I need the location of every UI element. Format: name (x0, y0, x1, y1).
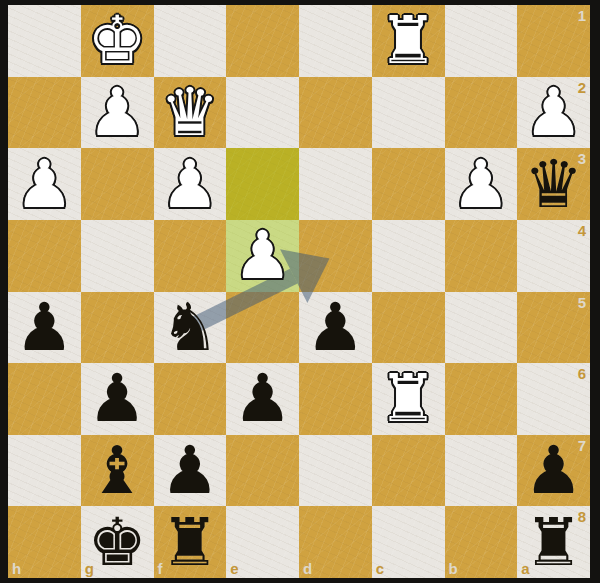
square-d8[interactable]: d (299, 506, 372, 578)
square-d1[interactable] (299, 5, 372, 77)
black-king-g8[interactable]: ♚ (88, 507, 147, 578)
square-f5[interactable]: ♞ (154, 292, 227, 364)
square-d6[interactable] (299, 363, 372, 435)
square-b1[interactable] (445, 5, 518, 77)
square-e8[interactable]: e (226, 506, 299, 578)
square-h7[interactable] (8, 435, 81, 507)
square-f7[interactable]: ♟ (154, 435, 227, 507)
rank-label-1: 1 (578, 8, 586, 23)
square-h1[interactable] (8, 5, 81, 77)
square-d7[interactable] (299, 435, 372, 507)
square-c7[interactable] (372, 435, 445, 507)
square-c6[interactable]: ♜ (372, 363, 445, 435)
square-a6[interactable]: 6 (517, 363, 590, 435)
square-g1[interactable]: ♚ (81, 5, 154, 77)
square-c2[interactable] (372, 77, 445, 149)
square-e4[interactable]: ♟ (226, 220, 299, 292)
square-d2[interactable] (299, 77, 372, 149)
black-bishop-g7[interactable]: ♝ (88, 435, 147, 506)
black-queen-a3[interactable]: ♛ (524, 149, 583, 220)
file-label-h: h (12, 561, 21, 576)
file-label-c: c (376, 561, 384, 576)
square-a1[interactable]: 1 (517, 5, 590, 77)
square-f6[interactable] (154, 363, 227, 435)
square-a7[interactable]: 7♟ (517, 435, 590, 507)
square-a5[interactable]: 5 (517, 292, 590, 364)
square-b5[interactable] (445, 292, 518, 364)
square-b6[interactable] (445, 363, 518, 435)
square-h3[interactable]: ♟ (8, 148, 81, 220)
square-d5[interactable]: ♟ (299, 292, 372, 364)
square-c4[interactable] (372, 220, 445, 292)
square-f1[interactable] (154, 5, 227, 77)
square-b7[interactable] (445, 435, 518, 507)
rank-label-4: 4 (578, 223, 586, 238)
white-pawn-h3[interactable]: ♟ (15, 149, 74, 220)
square-e6[interactable]: ♟ (226, 363, 299, 435)
white-pawn-f3[interactable]: ♟ (160, 149, 219, 220)
square-b4[interactable] (445, 220, 518, 292)
square-g5[interactable] (81, 292, 154, 364)
white-rook-c1[interactable]: ♜ (379, 5, 438, 76)
black-pawn-e6[interactable]: ♟ (233, 363, 292, 434)
black-rook-a8[interactable]: ♜ (524, 507, 583, 578)
black-pawn-a7[interactable]: ♟ (524, 435, 583, 506)
square-a4[interactable]: 4 (517, 220, 590, 292)
white-rook-c6[interactable]: ♜ (379, 363, 438, 434)
square-a3[interactable]: 3♛ (517, 148, 590, 220)
white-pawn-a2[interactable]: ♟ (524, 77, 583, 148)
square-h8[interactable]: h (8, 506, 81, 578)
square-e7[interactable] (226, 435, 299, 507)
white-queen-f2[interactable]: ♛ (160, 77, 219, 148)
square-d3[interactable] (299, 148, 372, 220)
black-knight-f5[interactable]: ♞ (160, 292, 219, 363)
file-label-b: b (449, 561, 458, 576)
square-d4[interactable] (299, 220, 372, 292)
square-a8[interactable]: 8a♜ (517, 506, 590, 578)
square-g6[interactable]: ♟ (81, 363, 154, 435)
square-c8[interactable]: c (372, 506, 445, 578)
square-h2[interactable] (8, 77, 81, 149)
file-label-d: d (303, 561, 312, 576)
white-pawn-e4[interactable]: ♟ (233, 220, 292, 291)
square-h4[interactable] (8, 220, 81, 292)
square-f8[interactable]: f♜ (154, 506, 227, 578)
rank-label-6: 6 (578, 366, 586, 381)
square-g4[interactable] (81, 220, 154, 292)
square-a2[interactable]: 2♟ (517, 77, 590, 149)
square-b3[interactable]: ♟ (445, 148, 518, 220)
square-g3[interactable] (81, 148, 154, 220)
square-f4[interactable] (154, 220, 227, 292)
black-pawn-f7[interactable]: ♟ (160, 435, 219, 506)
black-pawn-h5[interactable]: ♟ (15, 292, 74, 363)
white-pawn-g2[interactable]: ♟ (88, 77, 147, 148)
white-king-g1[interactable]: ♚ (88, 5, 147, 76)
square-b8[interactable]: b (445, 506, 518, 578)
rank-label-5: 5 (578, 295, 586, 310)
square-f2[interactable]: ♛ (154, 77, 227, 149)
square-c1[interactable]: ♜ (372, 5, 445, 77)
square-e2[interactable] (226, 77, 299, 149)
square-c5[interactable] (372, 292, 445, 364)
chess-board: ♚♜1♟♛2♟♟♟♟3♛♟4♟♞♟5♟♟♜6♝♟7♟hg♚f♜edcb8a♜ (8, 5, 590, 578)
board-squares: ♚♜1♟♛2♟♟♟♟3♛♟4♟♞♟5♟♟♜6♝♟7♟hg♚f♜edcb8a♜ (8, 5, 590, 578)
square-b2[interactable] (445, 77, 518, 149)
file-label-e: e (230, 561, 238, 576)
black-pawn-g6[interactable]: ♟ (88, 363, 147, 434)
square-e1[interactable] (226, 5, 299, 77)
black-pawn-d5[interactable]: ♟ (306, 292, 365, 363)
square-g7[interactable]: ♝ (81, 435, 154, 507)
square-h5[interactable]: ♟ (8, 292, 81, 364)
square-g8[interactable]: g♚ (81, 506, 154, 578)
square-e5[interactable] (226, 292, 299, 364)
square-e3[interactable] (226, 148, 299, 220)
square-c3[interactable] (372, 148, 445, 220)
square-f3[interactable]: ♟ (154, 148, 227, 220)
square-g2[interactable]: ♟ (81, 77, 154, 149)
white-pawn-b3[interactable]: ♟ (451, 149, 510, 220)
square-h6[interactable] (8, 363, 81, 435)
black-rook-f8[interactable]: ♜ (160, 507, 219, 578)
